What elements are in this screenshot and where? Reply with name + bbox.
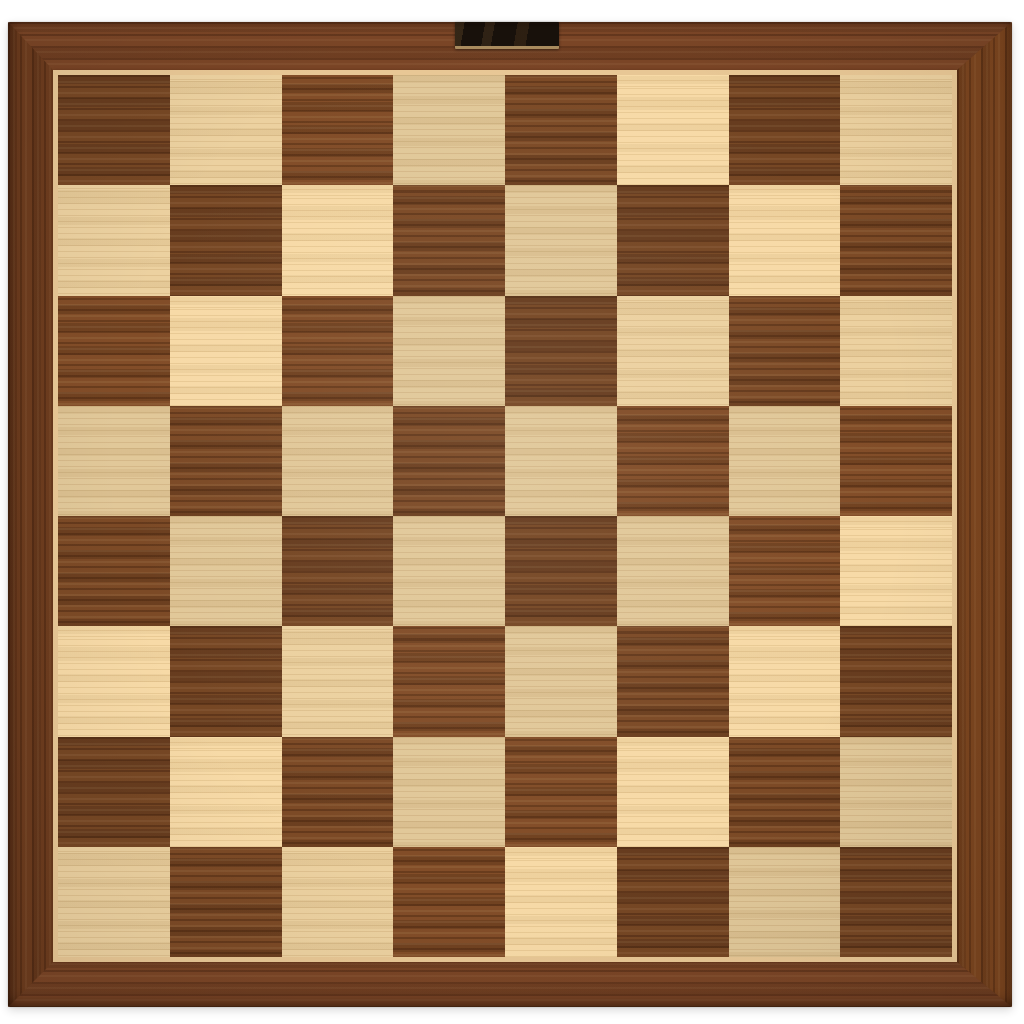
square-r6c4[interactable] [393,626,505,736]
square-r1c7[interactable] [729,75,841,185]
square-r7c8[interactable] [840,737,952,847]
square-r7c3[interactable] [282,737,394,847]
square-r2c8[interactable] [840,185,952,295]
square-r4c3[interactable] [282,406,394,516]
square-r5c6[interactable] [617,516,729,626]
squares-grid [58,75,952,957]
square-r6c8[interactable] [840,626,952,736]
square-r4c2[interactable] [170,406,282,516]
square-r8c3[interactable] [282,847,394,957]
square-r3c4[interactable] [393,296,505,406]
square-r1c1[interactable] [58,75,170,185]
square-r6c2[interactable] [170,626,282,736]
square-r5c4[interactable] [393,516,505,626]
square-r1c3[interactable] [282,75,394,185]
square-r8c6[interactable] [617,847,729,957]
square-r5c5[interactable] [505,516,617,626]
square-r7c4[interactable] [393,737,505,847]
square-r7c7[interactable] [729,737,841,847]
square-r2c5[interactable] [505,185,617,295]
square-r8c2[interactable] [170,847,282,957]
frame-right-rail [957,22,1012,1007]
square-r1c8[interactable] [840,75,952,185]
photo-background [0,0,1024,1024]
square-r2c7[interactable] [729,185,841,295]
square-r3c2[interactable] [170,296,282,406]
square-r4c5[interactable] [505,406,617,516]
square-r6c7[interactable] [729,626,841,736]
square-r8c7[interactable] [729,847,841,957]
square-r7c5[interactable] [505,737,617,847]
square-r1c4[interactable] [393,75,505,185]
square-r6c6[interactable] [617,626,729,736]
square-r8c8[interactable] [840,847,952,957]
frame-left-rail [8,22,53,1007]
square-r3c6[interactable] [617,296,729,406]
square-r4c4[interactable] [393,406,505,516]
playing-field [53,70,957,962]
square-r3c7[interactable] [729,296,841,406]
square-r2c3[interactable] [282,185,394,295]
square-r1c6[interactable] [617,75,729,185]
chessboard [8,22,1012,1007]
square-r7c2[interactable] [170,737,282,847]
square-r3c5[interactable] [505,296,617,406]
square-r8c5[interactable] [505,847,617,957]
brand-plaque [455,22,559,49]
square-r7c1[interactable] [58,737,170,847]
square-r4c1[interactable] [58,406,170,516]
square-r2c1[interactable] [58,185,170,295]
square-r6c3[interactable] [282,626,394,736]
square-r3c1[interactable] [58,296,170,406]
square-r4c7[interactable] [729,406,841,516]
square-r5c1[interactable] [58,516,170,626]
square-r5c7[interactable] [729,516,841,626]
square-r2c4[interactable] [393,185,505,295]
square-r4c6[interactable] [617,406,729,516]
square-r3c3[interactable] [282,296,394,406]
square-r7c6[interactable] [617,737,729,847]
square-r4c8[interactable] [840,406,952,516]
square-r1c5[interactable] [505,75,617,185]
square-r2c6[interactable] [617,185,729,295]
square-r5c8[interactable] [840,516,952,626]
square-r6c5[interactable] [505,626,617,736]
square-r8c4[interactable] [393,847,505,957]
square-r2c2[interactable] [170,185,282,295]
square-r6c1[interactable] [58,626,170,736]
square-r1c2[interactable] [170,75,282,185]
square-r3c8[interactable] [840,296,952,406]
square-r5c2[interactable] [170,516,282,626]
square-r5c3[interactable] [282,516,394,626]
square-r8c1[interactable] [58,847,170,957]
